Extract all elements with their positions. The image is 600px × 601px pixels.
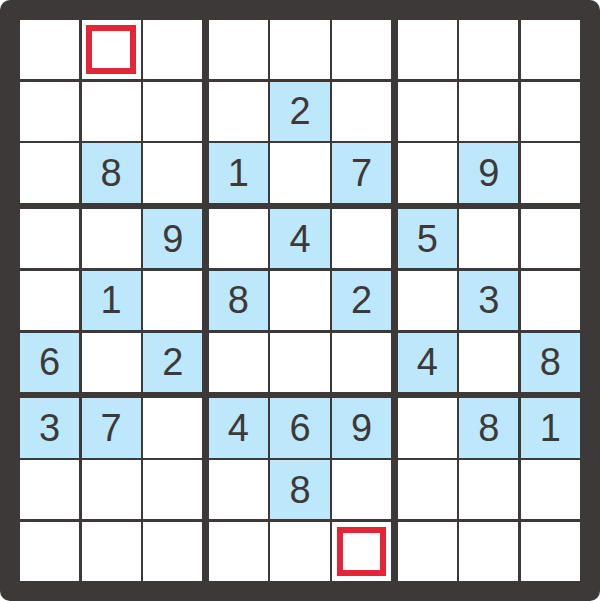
cell-r4c7[interactable]: 5 — [398, 209, 457, 268]
cell-r5c5[interactable] — [270, 271, 329, 330]
cell-r1c1[interactable] — [20, 20, 79, 79]
cell-r7c4[interactable]: 4 — [209, 398, 268, 457]
cell-r7c5[interactable]: 6 — [270, 398, 329, 457]
cell-r7c9[interactable]: 1 — [521, 398, 580, 457]
cell-r4c3[interactable]: 9 — [143, 209, 202, 268]
cell-r7c3[interactable] — [143, 398, 202, 457]
cell-r2c4[interactable] — [209, 82, 268, 141]
cell-r1c8[interactable] — [459, 20, 518, 79]
cell-r6c9[interactable]: 8 — [521, 333, 580, 392]
cell-r6c6[interactable] — [332, 333, 391, 392]
sudoku-board: 821799162482534837469881 — [0, 0, 600, 601]
cell-r8c3[interactable] — [143, 460, 202, 519]
cell-r1c2[interactable] — [82, 20, 141, 79]
cell-r9c1[interactable] — [20, 522, 79, 581]
cell-r6c2[interactable] — [82, 333, 141, 392]
cell-r4c5[interactable]: 4 — [270, 209, 329, 268]
cell-r3c4[interactable]: 1 — [209, 143, 268, 202]
cell-r2c9[interactable] — [521, 82, 580, 141]
cell-r7c8[interactable]: 8 — [459, 398, 518, 457]
cell-r1c5[interactable] — [270, 20, 329, 79]
cell-r5c2[interactable]: 1 — [82, 271, 141, 330]
cell-r9c8[interactable] — [459, 522, 518, 581]
cell-r6c1[interactable]: 6 — [20, 333, 79, 392]
cell-r9c4[interactable] — [209, 522, 268, 581]
box-6: 5348 — [398, 209, 580, 392]
box-5: 482 — [209, 209, 391, 392]
cell-r7c2[interactable]: 7 — [82, 398, 141, 457]
cell-r3c3[interactable] — [143, 143, 202, 202]
cell-r1c7[interactable] — [398, 20, 457, 79]
box-9: 81 — [398, 398, 580, 581]
cell-r7c1[interactable]: 3 — [20, 398, 79, 457]
box-1: 8 — [20, 20, 202, 203]
cell-r9c6[interactable] — [332, 522, 391, 581]
target-marker — [86, 25, 136, 75]
cell-r8c4[interactable] — [209, 460, 268, 519]
box-3: 9 — [398, 20, 580, 203]
cell-r6c3[interactable]: 2 — [143, 333, 202, 392]
cell-r1c4[interactable] — [209, 20, 268, 79]
cell-r8c6[interactable] — [332, 460, 391, 519]
cell-r2c2[interactable] — [82, 82, 141, 141]
cell-r3c1[interactable] — [20, 143, 79, 202]
cell-r2c5[interactable]: 2 — [270, 82, 329, 141]
cell-r9c3[interactable] — [143, 522, 202, 581]
cell-r6c8[interactable] — [459, 333, 518, 392]
cell-r7c7[interactable] — [398, 398, 457, 457]
cell-r5c3[interactable] — [143, 271, 202, 330]
cell-r5c7[interactable] — [398, 271, 457, 330]
cell-r3c2[interactable]: 8 — [82, 143, 141, 202]
cell-r6c4[interactable] — [209, 333, 268, 392]
box-2: 217 — [209, 20, 391, 203]
cell-r1c6[interactable] — [332, 20, 391, 79]
cell-r2c8[interactable] — [459, 82, 518, 141]
cell-r4c4[interactable] — [209, 209, 268, 268]
cell-r4c1[interactable] — [20, 209, 79, 268]
cell-r5c1[interactable] — [20, 271, 79, 330]
cell-r8c9[interactable] — [521, 460, 580, 519]
cell-r8c8[interactable] — [459, 460, 518, 519]
cell-r4c6[interactable] — [332, 209, 391, 268]
cell-r1c9[interactable] — [521, 20, 580, 79]
cell-r2c7[interactable] — [398, 82, 457, 141]
cell-r3c8[interactable]: 9 — [459, 143, 518, 202]
cell-r7c6[interactable]: 9 — [332, 398, 391, 457]
cell-r9c7[interactable] — [398, 522, 457, 581]
cell-r5c6[interactable]: 2 — [332, 271, 391, 330]
cell-r5c4[interactable]: 8 — [209, 271, 268, 330]
cell-r3c6[interactable]: 7 — [332, 143, 391, 202]
cell-r8c1[interactable] — [20, 460, 79, 519]
box-8: 4698 — [209, 398, 391, 581]
cell-r2c3[interactable] — [143, 82, 202, 141]
cell-r3c9[interactable] — [521, 143, 580, 202]
cell-r8c5[interactable]: 8 — [270, 460, 329, 519]
cell-r5c8[interactable]: 3 — [459, 271, 518, 330]
cell-r3c5[interactable] — [270, 143, 329, 202]
cell-r1c3[interactable] — [143, 20, 202, 79]
box-7: 37 — [20, 398, 202, 581]
cell-r3c7[interactable] — [398, 143, 457, 202]
cell-r4c9[interactable] — [521, 209, 580, 268]
cell-r2c1[interactable] — [20, 82, 79, 141]
cell-r8c7[interactable] — [398, 460, 457, 519]
cell-r4c8[interactable] — [459, 209, 518, 268]
cell-r6c7[interactable]: 4 — [398, 333, 457, 392]
cell-r9c2[interactable] — [82, 522, 141, 581]
cell-r9c9[interactable] — [521, 522, 580, 581]
box-4: 9162 — [20, 209, 202, 392]
cell-r5c9[interactable] — [521, 271, 580, 330]
cell-r4c2[interactable] — [82, 209, 141, 268]
cell-r9c5[interactable] — [270, 522, 329, 581]
target-marker — [337, 527, 387, 577]
cell-r2c6[interactable] — [332, 82, 391, 141]
cell-r6c5[interactable] — [270, 333, 329, 392]
cell-r8c2[interactable] — [82, 460, 141, 519]
